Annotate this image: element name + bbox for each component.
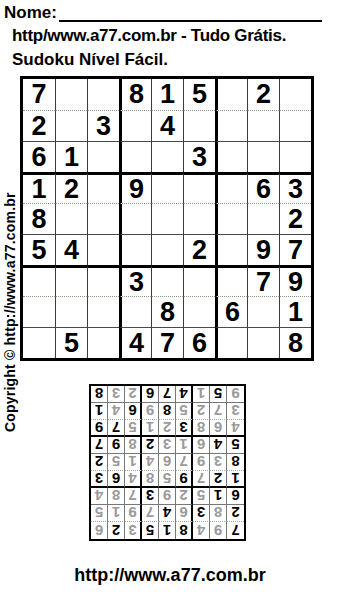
sudoku-print-page: Nome: http/www.a77.com.br - Tudo Grátis.… [0, 0, 340, 596]
sudoku-cell-r7c1[interactable] [23, 265, 55, 296]
solution-cell-r6c2: 4 [210, 437, 227, 454]
sudoku-cell-r7c8: 7 [247, 265, 279, 296]
sudoku-cell-r4c7[interactable] [215, 172, 247, 203]
sudoku-cell-r1c7[interactable] [215, 79, 247, 110]
sudoku-cell-r3c3[interactable] [87, 141, 119, 172]
sudoku-cell-r8c1[interactable] [23, 296, 55, 327]
sudoku-cell-r5c5[interactable] [151, 203, 183, 234]
solution-cell-r1c7: 3 [125, 522, 142, 539]
sudoku-cell-r6c5[interactable] [151, 234, 183, 265]
sudoku-cell-r5c6[interactable] [183, 203, 215, 234]
solution-cell-r3c6: 3 [142, 488, 159, 505]
sudoku-cell-r2c9[interactable] [279, 110, 311, 141]
sudoku-cell-r1c5: 1 [151, 79, 183, 110]
solution-cell-r1c8: 2 [108, 522, 125, 539]
sudoku-cell-r5c8[interactable] [247, 203, 279, 234]
solution-cell-r6c1: 5 [227, 437, 244, 454]
solution-cell-r2c8: 1 [108, 505, 125, 522]
solution-cell-r3c5: 9 [159, 488, 176, 505]
solution-cell-r8c9: 1 [91, 403, 108, 420]
solution-cell-r6c6: 2 [142, 437, 159, 454]
solution-cell-r5c8: 5 [108, 454, 125, 471]
sudoku-cell-r2c2[interactable] [55, 110, 87, 141]
sudoku-cell-r6c8: 9 [247, 234, 279, 265]
solution-cell-r2c3: 3 [193, 505, 210, 522]
sudoku-cell-r2c5: 4 [151, 110, 183, 141]
solution-cell-r9c1: 9 [227, 386, 244, 403]
sudoku-cell-r4c1: 1 [23, 172, 55, 203]
solution-cell-r7c5: 2 [159, 420, 176, 437]
solution-cell-r8c1: 3 [227, 403, 244, 420]
solution-cell-r3c9: 4 [91, 488, 108, 505]
site-header: http/www.a77.com.br - Tudo Grátis. [12, 26, 286, 46]
solution-cell-r1c4: 8 [176, 522, 193, 539]
solution-cell-r3c2: 1 [210, 488, 227, 505]
sudoku-cell-r2c7[interactable] [215, 110, 247, 141]
solution-cell-r7c3: 8 [193, 420, 210, 437]
solution-cell-r2c5: 4 [159, 505, 176, 522]
sudoku-cell-r6c4[interactable] [119, 234, 151, 265]
sudoku-cell-r8c5: 8 [151, 296, 183, 327]
sudoku-cell-r9c8[interactable] [247, 327, 279, 358]
solution-cell-r9c8: 3 [108, 386, 125, 403]
solution-cell-r7c7: 5 [125, 420, 142, 437]
solution-cell-r3c3: 5 [193, 488, 210, 505]
sudoku-cell-r3c2: 1 [55, 141, 87, 172]
sudoku-cell-r1c8: 2 [247, 79, 279, 110]
solution-cell-r5c7: 1 [125, 454, 142, 471]
solution-cell-r4c3: 7 [193, 471, 210, 488]
solution-grid: 7948153262836479156152937841279584638397… [89, 384, 246, 541]
sudoku-cell-r5c4[interactable] [119, 203, 151, 234]
sudoku-cell-r8c8[interactable] [247, 296, 279, 327]
sudoku-cell-r4c2: 2 [55, 172, 87, 203]
name-underline [59, 2, 322, 22]
solution-cell-r3c1: 6 [227, 488, 244, 505]
solution-cell-r2c2: 8 [210, 505, 227, 522]
sudoku-cell-r5c3[interactable] [87, 203, 119, 234]
solution-cell-r5c6: 4 [142, 454, 159, 471]
solution-cell-r8c2: 7 [210, 403, 227, 420]
sudoku-cell-r4c6[interactable] [183, 172, 215, 203]
solution-cell-r5c9: 2 [91, 454, 108, 471]
name-label: Nome: [4, 3, 57, 23]
sudoku-cell-r8c7: 6 [215, 296, 247, 327]
sudoku-cell-r4c8: 6 [247, 172, 279, 203]
sudoku-cell-r8c4[interactable] [119, 296, 151, 327]
solution-cell-r2c1: 2 [227, 505, 244, 522]
solution-cell-r9c4: 4 [176, 386, 193, 403]
solution-cell-r7c6: 1 [142, 420, 159, 437]
sudoku-cell-r9c5: 7 [151, 327, 183, 358]
solution-cell-r4c4: 9 [176, 471, 193, 488]
solution-cell-r4c7: 4 [125, 471, 142, 488]
solution-cell-r8c4: 5 [176, 403, 193, 420]
solution-cell-r6c8: 9 [108, 437, 125, 454]
solution-cell-r6c3: 6 [193, 437, 210, 454]
sudoku-cell-r7c7[interactable] [215, 265, 247, 296]
sudoku-cell-r5c7[interactable] [215, 203, 247, 234]
sudoku-cell-r3c6: 3 [183, 141, 215, 172]
solution-cell-r7c8: 7 [108, 420, 125, 437]
sudoku-cell-r3c1: 6 [23, 141, 55, 172]
sudoku-cell-r8c6[interactable] [183, 296, 215, 327]
solution-cell-r5c4: 7 [176, 454, 193, 471]
solution-cell-r5c5: 6 [159, 454, 176, 471]
solution-cell-r2c9: 5 [91, 505, 108, 522]
footer-url: http://www.a77.com.br [0, 565, 340, 586]
solution-cell-r6c4: 1 [176, 437, 193, 454]
sudoku-cell-r9c2: 5 [55, 327, 87, 358]
sudoku-cell-r9c1[interactable] [23, 327, 55, 358]
solution-cell-r4c1: 1 [227, 471, 244, 488]
sudoku-cell-r5c2[interactable] [55, 203, 87, 234]
sudoku-cell-r9c7[interactable] [215, 327, 247, 358]
sudoku-cell-r5c9: 2 [279, 203, 311, 234]
solution-cell-r8c5: 8 [159, 403, 176, 420]
sudoku-cell-r8c2[interactable] [55, 296, 87, 327]
solution-cell-r5c1: 8 [227, 454, 244, 471]
solution-cell-r2c7: 9 [125, 505, 142, 522]
solution-cell-r9c7: 2 [125, 386, 142, 403]
solution-cell-r4c9: 3 [91, 471, 108, 488]
solution-cell-r4c5: 5 [159, 471, 176, 488]
solution-cell-r4c2: 2 [210, 471, 227, 488]
sudoku-cell-r8c9: 1 [279, 296, 311, 327]
solution-cell-r4c6: 8 [142, 471, 159, 488]
sudoku-cell-r1c9[interactable] [279, 79, 311, 110]
solution-cell-r7c2: 6 [210, 420, 227, 437]
solution-cell-r5c3: 9 [193, 454, 210, 471]
solution-cell-r9c5: 7 [159, 386, 176, 403]
sudoku-cell-r6c3[interactable] [87, 234, 119, 265]
sudoku-cell-r7c9: 9 [279, 265, 311, 296]
solution-cell-r7c9: 9 [91, 420, 108, 437]
solution-cell-r8c8: 4 [108, 403, 125, 420]
sudoku-cell-r2c1: 2 [23, 110, 55, 141]
solution-cell-r2c6: 7 [142, 505, 159, 522]
sudoku-cell-r8c3[interactable] [87, 296, 119, 327]
solution-cell-r8c3: 2 [193, 403, 210, 420]
sudoku-cell-r5c1: 8 [23, 203, 55, 234]
sudoku-cell-r7c3[interactable] [87, 265, 119, 296]
solution-cell-r1c1: 7 [227, 522, 244, 539]
sudoku-cell-r9c4: 4 [119, 327, 151, 358]
solution-cell-r1c5: 1 [159, 522, 176, 539]
solution-cell-r6c7: 8 [125, 437, 142, 454]
sudoku-cell-r6c7[interactable] [215, 234, 247, 265]
solution-cell-r6c9: 7 [91, 437, 108, 454]
solution-cell-r4c8: 6 [108, 471, 125, 488]
sudoku-cell-r7c4: 3 [119, 265, 151, 296]
solution-cell-r9c6: 6 [142, 386, 159, 403]
sudoku-cell-r3c7[interactable] [215, 141, 247, 172]
sudoku-cell-r9c6: 6 [183, 327, 215, 358]
solution-cell-r3c8: 8 [108, 488, 125, 505]
solution-cell-r1c9: 6 [91, 522, 108, 539]
solution-cell-r8c6: 9 [142, 403, 159, 420]
solution-cell-r6c5: 3 [159, 437, 176, 454]
sudoku-cell-r2c3: 3 [87, 110, 119, 141]
sudoku-cell-r7c6[interactable] [183, 265, 215, 296]
sudoku-cell-r1c2[interactable] [55, 79, 87, 110]
sudoku-cell-r3c9[interactable] [279, 141, 311, 172]
sudoku-cell-r2c6[interactable] [183, 110, 215, 141]
solution-cell-r8c7: 6 [125, 403, 142, 420]
sudoku-cell-r4c5[interactable] [151, 172, 183, 203]
sudoku-cell-r4c9: 3 [279, 172, 311, 203]
sudoku-cell-r1c3[interactable] [87, 79, 119, 110]
solution-cell-r5c2: 3 [210, 454, 227, 471]
sudoku-cell-r9c3[interactable] [87, 327, 119, 358]
sudoku-cell-r2c8[interactable] [247, 110, 279, 141]
sudoku-cell-r4c3[interactable] [87, 172, 119, 203]
sudoku-cell-r9c9: 8 [279, 327, 311, 358]
sudoku-cell-r4c4: 9 [119, 172, 151, 203]
sudoku-cell-r7c5[interactable] [151, 265, 183, 296]
sudoku-cell-r6c1: 5 [23, 234, 55, 265]
sudoku-cell-r3c5[interactable] [151, 141, 183, 172]
sudoku-cell-r3c4[interactable] [119, 141, 151, 172]
solution-cell-r1c3: 4 [193, 522, 210, 539]
copyright-text: Copyright © http://www.a77.com.br [2, 192, 18, 432]
solution-cell-r7c1: 4 [227, 420, 244, 437]
sudoku-cell-r2c4[interactable] [119, 110, 151, 141]
solution-cell-r7c4: 3 [176, 420, 193, 437]
solution-cell-r9c9: 8 [91, 386, 108, 403]
sudoku-cell-r6c9: 7 [279, 234, 311, 265]
sudoku-cell-r1c4: 8 [119, 79, 151, 110]
solution-cell-r9c3: 1 [193, 386, 210, 403]
sudoku-cell-r6c2: 4 [55, 234, 87, 265]
sudoku-cell-r7c2[interactable] [55, 265, 87, 296]
solution-cell-r2c4: 6 [176, 505, 193, 522]
puzzle-level-title: Sudoku Nível Fácil. [12, 50, 168, 70]
solution-cell-r9c2: 5 [210, 386, 227, 403]
sudoku-cell-r1c1: 7 [23, 79, 55, 110]
solution-cell-r3c4: 2 [176, 488, 193, 505]
solution-cell-r1c2: 9 [210, 522, 227, 539]
sudoku-cell-r3c8[interactable] [247, 141, 279, 172]
sudoku-grid: 7815223461312963825429737986154768 [20, 76, 314, 361]
solution-cell-r1c6: 5 [142, 522, 159, 539]
sudoku-cell-r1c6: 5 [183, 79, 215, 110]
solution-cell-r3c7: 7 [125, 488, 142, 505]
sudoku-cell-r6c6: 2 [183, 234, 215, 265]
